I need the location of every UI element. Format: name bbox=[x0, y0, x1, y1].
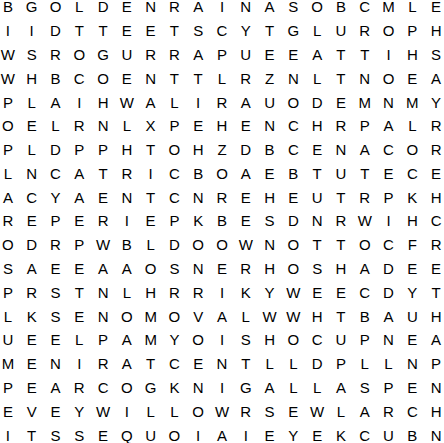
cell-r11c4[interactable]: P bbox=[67, 233, 91, 257]
cell-r17c14[interactable]: L bbox=[305, 376, 329, 400]
cell-r14c9[interactable]: V bbox=[186, 304, 210, 328]
cell-r6c8[interactable]: P bbox=[163, 114, 187, 138]
cell-r8c7[interactable]: I bbox=[139, 162, 163, 186]
cell-r15c13[interactable]: O bbox=[281, 328, 305, 352]
cell-r18c18[interactable]: C bbox=[400, 399, 424, 423]
cell-r16c14[interactable]: D bbox=[305, 352, 329, 376]
cell-r4c10[interactable]: L bbox=[210, 66, 234, 90]
cell-r11c9[interactable]: O bbox=[186, 233, 210, 257]
cell-r1c6[interactable]: E bbox=[115, 0, 139, 19]
cell-r7c14[interactable]: E bbox=[305, 138, 329, 162]
cell-r1c3[interactable]: O bbox=[44, 0, 68, 19]
cell-r2c16[interactable]: R bbox=[353, 19, 377, 43]
cell-r7c11[interactable]: D bbox=[234, 138, 258, 162]
cell-r5c9[interactable]: I bbox=[186, 90, 210, 114]
cell-r3c4[interactable]: O bbox=[67, 43, 91, 67]
cell-r3c11[interactable]: U bbox=[234, 43, 258, 67]
cell-r6c18[interactable]: L bbox=[400, 114, 424, 138]
cell-r19c13[interactable]: Y bbox=[281, 423, 305, 443]
cell-r13c18[interactable]: Y bbox=[400, 280, 424, 304]
cell-r1c12[interactable]: A bbox=[258, 0, 282, 19]
cell-r17c6[interactable]: O bbox=[115, 376, 139, 400]
cell-r19c15[interactable]: K bbox=[329, 423, 353, 443]
cell-r18c11[interactable]: R bbox=[234, 399, 258, 423]
cell-r2c15[interactable]: U bbox=[329, 19, 353, 43]
cell-r19c16[interactable]: C bbox=[353, 423, 377, 443]
cell-r1c14[interactable]: O bbox=[305, 0, 329, 19]
cell-r12c17[interactable]: D bbox=[377, 257, 401, 281]
cell-r7c10[interactable]: Z bbox=[210, 138, 234, 162]
cell-r12c12[interactable]: H bbox=[258, 257, 282, 281]
cell-r14c12[interactable]: W bbox=[258, 304, 282, 328]
cell-r13c3[interactable]: S bbox=[44, 280, 68, 304]
cell-r7c5[interactable]: P bbox=[91, 138, 115, 162]
cell-r5c10[interactable]: R bbox=[210, 90, 234, 114]
cell-r2c18[interactable]: P bbox=[400, 19, 424, 43]
cell-r19c6[interactable]: Q bbox=[115, 423, 139, 443]
cell-r9c5[interactable]: E bbox=[91, 185, 115, 209]
cell-r19c3[interactable]: S bbox=[44, 423, 68, 443]
cell-r10c13[interactable]: D bbox=[281, 209, 305, 233]
cell-r8c16[interactable]: T bbox=[353, 162, 377, 186]
cell-r19c4[interactable]: S bbox=[67, 423, 91, 443]
cell-r17c9[interactable]: N bbox=[186, 376, 210, 400]
cell-r9c6[interactable]: N bbox=[115, 185, 139, 209]
cell-r19c8[interactable]: O bbox=[163, 423, 187, 443]
cell-r18c7[interactable]: L bbox=[139, 399, 163, 423]
cell-r3c12[interactable]: E bbox=[258, 43, 282, 67]
cell-r4c15[interactable]: T bbox=[329, 66, 353, 90]
cell-r18c8[interactable]: L bbox=[163, 399, 187, 423]
cell-r17c2[interactable]: E bbox=[20, 376, 44, 400]
cell-r3c5[interactable]: G bbox=[91, 43, 115, 67]
cell-r8c9[interactable]: B bbox=[186, 162, 210, 186]
cell-r17c10[interactable]: I bbox=[210, 376, 234, 400]
cell-r2c7[interactable]: E bbox=[139, 19, 163, 43]
cell-r10c6[interactable]: I bbox=[115, 209, 139, 233]
cell-r3c17[interactable]: I bbox=[377, 43, 401, 67]
cell-r11c12[interactable]: N bbox=[258, 233, 282, 257]
cell-r3c2[interactable]: S bbox=[20, 43, 44, 67]
cell-r2c6[interactable]: E bbox=[115, 19, 139, 43]
cell-r11c16[interactable]: O bbox=[353, 233, 377, 257]
cell-r3c8[interactable]: R bbox=[163, 43, 187, 67]
cell-r18c16[interactable]: A bbox=[353, 399, 377, 423]
cell-r12c4[interactable]: E bbox=[67, 257, 91, 281]
cell-r15c16[interactable]: P bbox=[353, 328, 377, 352]
cell-r15c19[interactable]: A bbox=[424, 328, 444, 352]
cell-r5c5[interactable]: H bbox=[91, 90, 115, 114]
cell-r4c2[interactable]: H bbox=[20, 66, 44, 90]
cell-r11c10[interactable]: O bbox=[210, 233, 234, 257]
cell-r15c18[interactable]: E bbox=[400, 328, 424, 352]
cell-r18c17[interactable]: R bbox=[377, 399, 401, 423]
cell-r18c6[interactable]: I bbox=[115, 399, 139, 423]
cell-r8c18[interactable]: C bbox=[400, 162, 424, 186]
cell-r5c7[interactable]: A bbox=[139, 90, 163, 114]
cell-r7c7[interactable]: T bbox=[139, 138, 163, 162]
cell-r3c10[interactable]: P bbox=[210, 43, 234, 67]
cell-r1c17[interactable]: M bbox=[377, 0, 401, 19]
cell-r6c16[interactable]: P bbox=[353, 114, 377, 138]
cell-r6c11[interactable]: E bbox=[234, 114, 258, 138]
cell-r8c6[interactable]: R bbox=[115, 162, 139, 186]
cell-r2c10[interactable]: C bbox=[210, 19, 234, 43]
cell-r6c5[interactable]: N bbox=[91, 114, 115, 138]
cell-r16c4[interactable]: I bbox=[67, 352, 91, 376]
cell-r5c2[interactable]: L bbox=[20, 90, 44, 114]
cell-r15c7[interactable]: M bbox=[139, 328, 163, 352]
cell-r19c12[interactable]: E bbox=[258, 423, 282, 443]
cell-r7c13[interactable]: C bbox=[281, 138, 305, 162]
cell-r16c15[interactable]: P bbox=[329, 352, 353, 376]
cell-r5c14[interactable]: D bbox=[305, 90, 329, 114]
cell-r3c19[interactable]: S bbox=[424, 43, 444, 67]
cell-r16c9[interactable]: E bbox=[186, 352, 210, 376]
cell-r19c2[interactable]: T bbox=[20, 423, 44, 443]
cell-r7c17[interactable]: C bbox=[377, 138, 401, 162]
cell-r3c6[interactable]: U bbox=[115, 43, 139, 67]
cell-r17c4[interactable]: R bbox=[67, 376, 91, 400]
cell-r15c6[interactable]: A bbox=[115, 328, 139, 352]
cell-r4c9[interactable]: T bbox=[186, 66, 210, 90]
cell-r13c19[interactable]: T bbox=[424, 280, 444, 304]
cell-r8c13[interactable]: B bbox=[281, 162, 305, 186]
cell-r12c6[interactable]: A bbox=[115, 257, 139, 281]
cell-r5c8[interactable]: L bbox=[163, 90, 187, 114]
cell-r14c4[interactable]: E bbox=[67, 304, 91, 328]
cell-r4c16[interactable]: N bbox=[353, 66, 377, 90]
cell-r10c3[interactable]: P bbox=[44, 209, 68, 233]
cell-r7c6[interactable]: H bbox=[115, 138, 139, 162]
cell-r2c19[interactable]: H bbox=[424, 19, 444, 43]
cell-r3c7[interactable]: R bbox=[139, 43, 163, 67]
cell-r10c9[interactable]: K bbox=[186, 209, 210, 233]
cell-r11c3[interactable]: R bbox=[44, 233, 68, 257]
cell-r17c5[interactable]: C bbox=[91, 376, 115, 400]
cell-r9c3[interactable]: Y bbox=[44, 185, 68, 209]
cell-r3c1[interactable]: W bbox=[0, 43, 20, 67]
cell-r4c7[interactable]: N bbox=[139, 66, 163, 90]
cell-r14c16[interactable]: B bbox=[353, 304, 377, 328]
cell-r19c10[interactable]: A bbox=[210, 423, 234, 443]
cell-r5c3[interactable]: A bbox=[44, 90, 68, 114]
cell-r16c6[interactable]: A bbox=[115, 352, 139, 376]
cell-r9c8[interactable]: C bbox=[163, 185, 187, 209]
cell-r13c6[interactable]: L bbox=[115, 280, 139, 304]
cell-r16c17[interactable]: L bbox=[377, 352, 401, 376]
cell-r4c13[interactable]: N bbox=[281, 66, 305, 90]
cell-r16c1[interactable]: M bbox=[0, 352, 20, 376]
cell-r18c4[interactable]: Y bbox=[67, 399, 91, 423]
cell-r17c18[interactable]: E bbox=[400, 376, 424, 400]
cell-r8c3[interactable]: C bbox=[44, 162, 68, 186]
cell-r14c17[interactable]: A bbox=[377, 304, 401, 328]
cell-r12c2[interactable]: A bbox=[20, 257, 44, 281]
cell-r9c17[interactable]: P bbox=[377, 185, 401, 209]
cell-r7c8[interactable]: O bbox=[163, 138, 187, 162]
cell-r18c13[interactable]: E bbox=[281, 399, 305, 423]
cell-r13c16[interactable]: C bbox=[353, 280, 377, 304]
cell-r4c14[interactable]: L bbox=[305, 66, 329, 90]
cell-r17c1[interactable]: P bbox=[0, 376, 20, 400]
cell-r4c5[interactable]: O bbox=[91, 66, 115, 90]
cell-r18c19[interactable]: H bbox=[424, 399, 444, 423]
cell-r11c13[interactable]: O bbox=[281, 233, 305, 257]
cell-r5c16[interactable]: M bbox=[353, 90, 377, 114]
cell-r13c2[interactable]: R bbox=[20, 280, 44, 304]
cell-r7c9[interactable]: H bbox=[186, 138, 210, 162]
cell-r1c7[interactable]: N bbox=[139, 0, 163, 19]
cell-r7c18[interactable]: O bbox=[400, 138, 424, 162]
cell-r2c5[interactable]: T bbox=[91, 19, 115, 43]
cell-r12c5[interactable]: A bbox=[91, 257, 115, 281]
cell-r14c7[interactable]: M bbox=[139, 304, 163, 328]
cell-r16c18[interactable]: N bbox=[400, 352, 424, 376]
cell-r18c2[interactable]: V bbox=[20, 399, 44, 423]
cell-r10c4[interactable]: E bbox=[67, 209, 91, 233]
cell-r11c18[interactable]: F bbox=[400, 233, 424, 257]
cell-r7c19[interactable]: R bbox=[424, 138, 444, 162]
cell-r19c5[interactable]: E bbox=[91, 423, 115, 443]
cell-r13c4[interactable]: T bbox=[67, 280, 91, 304]
cell-r8c15[interactable]: U bbox=[329, 162, 353, 186]
cell-r1c10[interactable]: I bbox=[210, 0, 234, 19]
cell-r15c12[interactable]: H bbox=[258, 328, 282, 352]
cell-r11c15[interactable]: T bbox=[329, 233, 353, 257]
cell-r8c19[interactable]: E bbox=[424, 162, 444, 186]
cell-r14c10[interactable]: A bbox=[210, 304, 234, 328]
cell-r12c10[interactable]: E bbox=[210, 257, 234, 281]
cell-r3c16[interactable]: T bbox=[353, 43, 377, 67]
cell-r4c18[interactable]: E bbox=[400, 66, 424, 90]
cell-r4c3[interactable]: B bbox=[44, 66, 68, 90]
cell-r8c2[interactable]: N bbox=[20, 162, 44, 186]
cell-r5c13[interactable]: O bbox=[281, 90, 305, 114]
cell-r2c2[interactable]: I bbox=[20, 19, 44, 43]
cell-r18c10[interactable]: W bbox=[210, 399, 234, 423]
cell-r1c19[interactable]: E bbox=[424, 0, 444, 19]
cell-r6c12[interactable]: N bbox=[258, 114, 282, 138]
cell-r12c11[interactable]: R bbox=[234, 257, 258, 281]
cell-r14c6[interactable]: O bbox=[115, 304, 139, 328]
cell-r16c5[interactable]: R bbox=[91, 352, 115, 376]
cell-r1c16[interactable]: C bbox=[353, 0, 377, 19]
cell-r12c1[interactable]: S bbox=[0, 257, 20, 281]
cell-r5c11[interactable]: A bbox=[234, 90, 258, 114]
cell-r14c11[interactable]: L bbox=[234, 304, 258, 328]
cell-r3c3[interactable]: R bbox=[44, 43, 68, 67]
cell-r5c15[interactable]: E bbox=[329, 90, 353, 114]
cell-r10c5[interactable]: R bbox=[91, 209, 115, 233]
cell-r11c7[interactable]: L bbox=[139, 233, 163, 257]
cell-r4c11[interactable]: R bbox=[234, 66, 258, 90]
cell-r10c11[interactable]: E bbox=[234, 209, 258, 233]
cell-r9c4[interactable]: A bbox=[67, 185, 91, 209]
cell-r14c13[interactable]: W bbox=[281, 304, 305, 328]
cell-r12c15[interactable]: H bbox=[329, 257, 353, 281]
cell-r10c18[interactable]: H bbox=[400, 209, 424, 233]
cell-r16c7[interactable]: T bbox=[139, 352, 163, 376]
cell-r1c9[interactable]: A bbox=[186, 0, 210, 19]
cell-r9c10[interactable]: R bbox=[210, 185, 234, 209]
cell-r5c17[interactable]: N bbox=[377, 90, 401, 114]
cell-r4c1[interactable]: W bbox=[0, 66, 20, 90]
cell-r11c2[interactable]: D bbox=[20, 233, 44, 257]
cell-r11c17[interactable]: C bbox=[377, 233, 401, 257]
cell-r8c1[interactable]: L bbox=[0, 162, 20, 186]
cell-r3c13[interactable]: E bbox=[281, 43, 305, 67]
cell-r8c12[interactable]: E bbox=[258, 162, 282, 186]
cell-r17c17[interactable]: P bbox=[377, 376, 401, 400]
cell-r15c8[interactable]: Y bbox=[163, 328, 187, 352]
cell-r16c10[interactable]: N bbox=[210, 352, 234, 376]
cell-r7c2[interactable]: L bbox=[20, 138, 44, 162]
cell-r11c1[interactable]: O bbox=[0, 233, 20, 257]
cell-r15c10[interactable]: I bbox=[210, 328, 234, 352]
cell-r14c3[interactable]: S bbox=[44, 304, 68, 328]
cell-r6c17[interactable]: A bbox=[377, 114, 401, 138]
cell-r2c4[interactable]: T bbox=[67, 19, 91, 43]
cell-r5c12[interactable]: U bbox=[258, 90, 282, 114]
cell-r17c15[interactable]: A bbox=[329, 376, 353, 400]
cell-r15c9[interactable]: O bbox=[186, 328, 210, 352]
cell-r13c15[interactable]: E bbox=[329, 280, 353, 304]
cell-r11c19[interactable]: R bbox=[424, 233, 444, 257]
cell-r15c3[interactable]: E bbox=[44, 328, 68, 352]
cell-r4c12[interactable]: Z bbox=[258, 66, 282, 90]
cell-r4c17[interactable]: O bbox=[377, 66, 401, 90]
cell-r1c8[interactable]: R bbox=[163, 0, 187, 19]
cell-r12c19[interactable]: E bbox=[424, 257, 444, 281]
cell-r9c15[interactable]: T bbox=[329, 185, 353, 209]
cell-r6c10[interactable]: H bbox=[210, 114, 234, 138]
cell-r15c11[interactable]: S bbox=[234, 328, 258, 352]
cell-r13c1[interactable]: P bbox=[0, 280, 20, 304]
cell-r13c10[interactable]: I bbox=[210, 280, 234, 304]
cell-r10c1[interactable]: R bbox=[0, 209, 20, 233]
cell-r19c9[interactable]: I bbox=[186, 423, 210, 443]
cell-r16c8[interactable]: C bbox=[163, 352, 187, 376]
cell-r4c4[interactable]: C bbox=[67, 66, 91, 90]
cell-r3c14[interactable]: A bbox=[305, 43, 329, 67]
cell-r12c9[interactable]: N bbox=[186, 257, 210, 281]
cell-r3c18[interactable]: H bbox=[400, 43, 424, 67]
cell-r10c19[interactable]: C bbox=[424, 209, 444, 233]
cell-r17c16[interactable]: S bbox=[353, 376, 377, 400]
cell-r15c5[interactable]: P bbox=[91, 328, 115, 352]
cell-r12c13[interactable]: O bbox=[281, 257, 305, 281]
cell-r19c18[interactable]: B bbox=[400, 423, 424, 443]
cell-r15c4[interactable]: L bbox=[67, 328, 91, 352]
cell-r14c14[interactable]: H bbox=[305, 304, 329, 328]
cell-r8c17[interactable]: E bbox=[377, 162, 401, 186]
cell-r6c6[interactable]: L bbox=[115, 114, 139, 138]
cell-r14c1[interactable]: L bbox=[0, 304, 20, 328]
cell-r7c3[interactable]: D bbox=[44, 138, 68, 162]
cell-r6c1[interactable]: O bbox=[0, 114, 20, 138]
cell-r4c6[interactable]: E bbox=[115, 66, 139, 90]
cell-r14c19[interactable]: H bbox=[424, 304, 444, 328]
cell-r17c8[interactable]: K bbox=[163, 376, 187, 400]
cell-r9c12[interactable]: H bbox=[258, 185, 282, 209]
cell-r16c13[interactable]: L bbox=[281, 352, 305, 376]
cell-r13c5[interactable]: N bbox=[91, 280, 115, 304]
cell-r13c17[interactable]: D bbox=[377, 280, 401, 304]
cell-r12c16[interactable]: A bbox=[353, 257, 377, 281]
cell-r3c9[interactable]: A bbox=[186, 43, 210, 67]
cell-r11c5[interactable]: W bbox=[91, 233, 115, 257]
cell-r11c8[interactable]: D bbox=[163, 233, 187, 257]
cell-r9c1[interactable]: A bbox=[0, 185, 20, 209]
cell-r7c4[interactable]: P bbox=[67, 138, 91, 162]
cell-r18c9[interactable]: O bbox=[186, 399, 210, 423]
cell-r10c8[interactable]: P bbox=[163, 209, 187, 233]
cell-r17c12[interactable]: A bbox=[258, 376, 282, 400]
cell-r19c19[interactable]: N bbox=[424, 423, 444, 443]
cell-r16c3[interactable]: N bbox=[44, 352, 68, 376]
cell-r7c15[interactable]: N bbox=[329, 138, 353, 162]
cell-r12c7[interactable]: O bbox=[139, 257, 163, 281]
cell-r15c14[interactable]: C bbox=[305, 328, 329, 352]
cell-r9c7[interactable]: T bbox=[139, 185, 163, 209]
cell-r7c1[interactable]: P bbox=[0, 138, 20, 162]
cell-r11c6[interactable]: B bbox=[115, 233, 139, 257]
cell-r10c10[interactable]: B bbox=[210, 209, 234, 233]
cell-r17c19[interactable]: N bbox=[424, 376, 444, 400]
cell-r9c19[interactable]: H bbox=[424, 185, 444, 209]
cell-r17c13[interactable]: L bbox=[281, 376, 305, 400]
cell-r16c16[interactable]: L bbox=[353, 352, 377, 376]
cell-r10c7[interactable]: E bbox=[139, 209, 163, 233]
cell-r12c8[interactable]: S bbox=[163, 257, 187, 281]
cell-r9c13[interactable]: E bbox=[281, 185, 305, 209]
cell-r9c11[interactable]: E bbox=[234, 185, 258, 209]
cell-r9c14[interactable]: U bbox=[305, 185, 329, 209]
cell-r15c2[interactable]: E bbox=[20, 328, 44, 352]
cell-r2c13[interactable]: G bbox=[281, 19, 305, 43]
cell-r8c11[interactable]: A bbox=[234, 162, 258, 186]
cell-r1c13[interactable]: S bbox=[281, 0, 305, 19]
cell-r10c16[interactable]: W bbox=[353, 209, 377, 233]
cell-r1c2[interactable]: G bbox=[20, 0, 44, 19]
cell-r2c12[interactable]: T bbox=[258, 19, 282, 43]
cell-r16c11[interactable]: T bbox=[234, 352, 258, 376]
cell-r12c14[interactable]: S bbox=[305, 257, 329, 281]
cell-r11c11[interactable]: W bbox=[234, 233, 258, 257]
cell-r10c14[interactable]: N bbox=[305, 209, 329, 233]
cell-r1c15[interactable]: B bbox=[329, 0, 353, 19]
cell-r2c1[interactable]: I bbox=[0, 19, 20, 43]
cell-r12c3[interactable]: E bbox=[44, 257, 68, 281]
cell-r1c5[interactable]: D bbox=[91, 0, 115, 19]
cell-r5c18[interactable]: M bbox=[400, 90, 424, 114]
cell-r6c19[interactable]: R bbox=[424, 114, 444, 138]
cell-r5c1[interactable]: P bbox=[0, 90, 20, 114]
cell-r14c2[interactable]: K bbox=[20, 304, 44, 328]
cell-r9c9[interactable]: N bbox=[186, 185, 210, 209]
cell-r18c5[interactable]: W bbox=[91, 399, 115, 423]
cell-r6c15[interactable]: R bbox=[329, 114, 353, 138]
cell-r19c17[interactable]: U bbox=[377, 423, 401, 443]
cell-r18c1[interactable]: E bbox=[0, 399, 20, 423]
cell-r4c8[interactable]: T bbox=[163, 66, 187, 90]
cell-r18c3[interactable]: E bbox=[44, 399, 68, 423]
cell-r8c14[interactable]: T bbox=[305, 162, 329, 186]
cell-r13c13[interactable]: W bbox=[281, 280, 305, 304]
cell-r13c12[interactable]: Y bbox=[258, 280, 282, 304]
cell-r17c3[interactable]: A bbox=[44, 376, 68, 400]
